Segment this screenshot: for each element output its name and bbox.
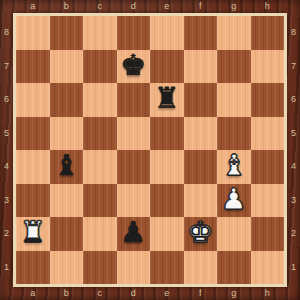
file-label-top-c: c <box>83 0 117 13</box>
square-d7[interactable]: ♚ <box>117 50 151 84</box>
piece-white-king[interactable]: ♚ <box>187 218 213 247</box>
file-label-bottom-a: a <box>16 287 50 300</box>
square-d2[interactable]: ♟ <box>117 217 151 251</box>
rank-label-right-5: 5 <box>287 117 300 151</box>
square-a4[interactable] <box>16 150 50 184</box>
file-label-top-a: a <box>16 0 50 13</box>
square-a3[interactable] <box>16 184 50 218</box>
square-b3[interactable] <box>50 184 84 218</box>
square-c4[interactable] <box>83 150 117 184</box>
file-label-bottom-h: h <box>251 287 285 300</box>
rank-label-left-8: 8 <box>0 16 13 50</box>
square-e4[interactable] <box>150 150 184 184</box>
square-h3[interactable] <box>251 184 285 218</box>
square-c7[interactable] <box>83 50 117 84</box>
file-label-bottom-b: b <box>50 287 84 300</box>
rank-label-right-6: 6 <box>287 83 300 117</box>
piece-white-pawn[interactable]: ♟ <box>221 185 247 214</box>
square-a8[interactable] <box>16 16 50 50</box>
square-f6[interactable] <box>184 83 218 117</box>
square-b8[interactable] <box>50 16 84 50</box>
square-d5[interactable] <box>117 117 151 151</box>
square-c2[interactable] <box>83 217 117 251</box>
square-g3[interactable]: ♟ <box>217 184 251 218</box>
piece-white-bishop[interactable]: ♝ <box>221 151 247 180</box>
square-b5[interactable] <box>50 117 84 151</box>
square-b2[interactable] <box>50 217 84 251</box>
square-d1[interactable] <box>117 251 151 285</box>
file-label-top-f: f <box>184 0 218 13</box>
file-label-bottom-e: e <box>150 287 184 300</box>
square-h5[interactable] <box>251 117 285 151</box>
square-a1[interactable] <box>16 251 50 285</box>
square-h2[interactable] <box>251 217 285 251</box>
file-label-bottom-c: c <box>83 287 117 300</box>
file-label-top-g: g <box>217 0 251 13</box>
square-f7[interactable] <box>184 50 218 84</box>
square-a6[interactable] <box>16 83 50 117</box>
square-c1[interactable] <box>83 251 117 285</box>
rank-label-left-5: 5 <box>0 117 13 151</box>
board-frame: ♚♜♝♝♟♜♟♚ <box>13 13 287 287</box>
square-d6[interactable] <box>117 83 151 117</box>
piece-white-rook[interactable]: ♜ <box>20 218 46 247</box>
square-c3[interactable] <box>83 184 117 218</box>
file-label-bottom-f: f <box>184 287 218 300</box>
piece-black-rook[interactable]: ♜ <box>154 84 180 113</box>
square-e6[interactable]: ♜ <box>150 83 184 117</box>
square-f5[interactable] <box>184 117 218 151</box>
square-f1[interactable] <box>184 251 218 285</box>
square-h1[interactable] <box>251 251 285 285</box>
square-e3[interactable] <box>150 184 184 218</box>
rank-label-right-2: 2 <box>287 217 300 251</box>
file-label-top-b: b <box>50 0 84 13</box>
square-e5[interactable] <box>150 117 184 151</box>
rank-label-left-2: 2 <box>0 217 13 251</box>
square-g2[interactable] <box>217 217 251 251</box>
square-e8[interactable] <box>150 16 184 50</box>
square-d3[interactable] <box>117 184 151 218</box>
file-label-top-e: e <box>150 0 184 13</box>
square-h6[interactable] <box>251 83 285 117</box>
rank-label-right-4: 4 <box>287 150 300 184</box>
rank-label-left-3: 3 <box>0 184 13 218</box>
file-label-top-d: d <box>117 0 151 13</box>
file-label-bottom-g: g <box>217 287 251 300</box>
square-a5[interactable] <box>16 117 50 151</box>
square-d8[interactable] <box>117 16 151 50</box>
square-d4[interactable] <box>117 150 151 184</box>
piece-black-bishop[interactable]: ♝ <box>53 151 79 180</box>
rank-label-right-8: 8 <box>287 16 300 50</box>
rank-label-left-7: 7 <box>0 50 13 84</box>
square-g8[interactable] <box>217 16 251 50</box>
piece-black-king[interactable]: ♚ <box>120 51 146 80</box>
square-h8[interactable] <box>251 16 285 50</box>
chess-board: aabbccddeeffgghh8877665544332211 ♚♜♝♝♟♜♟… <box>0 0 300 300</box>
chess-board-squares: ♚♜♝♝♟♜♟♚ <box>16 16 284 284</box>
file-label-bottom-d: d <box>117 287 151 300</box>
square-e2[interactable] <box>150 217 184 251</box>
square-b7[interactable] <box>50 50 84 84</box>
square-c8[interactable] <box>83 16 117 50</box>
rank-label-left-1: 1 <box>0 251 13 285</box>
piece-black-pawn[interactable]: ♟ <box>120 218 146 247</box>
square-f3[interactable] <box>184 184 218 218</box>
square-f8[interactable] <box>184 16 218 50</box>
rank-label-right-1: 1 <box>287 251 300 285</box>
square-e1[interactable] <box>150 251 184 285</box>
square-a7[interactable] <box>16 50 50 84</box>
rank-label-right-3: 3 <box>287 184 300 218</box>
square-g4[interactable]: ♝ <box>217 150 251 184</box>
square-f4[interactable] <box>184 150 218 184</box>
square-g6[interactable] <box>217 83 251 117</box>
square-e7[interactable] <box>150 50 184 84</box>
square-g7[interactable] <box>217 50 251 84</box>
square-g5[interactable] <box>217 117 251 151</box>
rank-label-right-7: 7 <box>287 50 300 84</box>
square-c5[interactable] <box>83 117 117 151</box>
rank-label-left-6: 6 <box>0 83 13 117</box>
square-b1[interactable] <box>50 251 84 285</box>
square-h4[interactable] <box>251 150 285 184</box>
square-b4[interactable]: ♝ <box>50 150 84 184</box>
square-a2[interactable]: ♜ <box>16 217 50 251</box>
file-label-top-h: h <box>251 0 285 13</box>
square-g1[interactable] <box>217 251 251 285</box>
square-h7[interactable] <box>251 50 285 84</box>
square-f2[interactable]: ♚ <box>184 217 218 251</box>
square-b6[interactable] <box>50 83 84 117</box>
square-c6[interactable] <box>83 83 117 117</box>
rank-label-left-4: 4 <box>0 150 13 184</box>
